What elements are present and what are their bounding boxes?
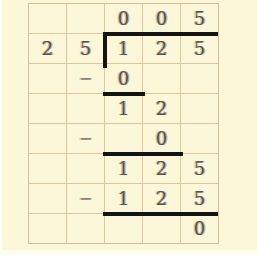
long-division-worksheet: 00525125−012−0125−1250 <box>0 0 257 255</box>
cell-r1c2 <box>67 4 104 33</box>
bracket-horizontal-line <box>103 32 218 36</box>
cell-r3c5 <box>181 64 218 93</box>
cell-r7c2-minus-sign: − <box>67 184 104 213</box>
bracket-vertical-line <box>103 32 107 68</box>
subtraction-line-3 <box>103 212 218 216</box>
division-grid: 00525125−012−0125−1250 <box>28 3 219 244</box>
cell-r5c2-minus-sign: − <box>67 124 104 153</box>
page-edge-highlight-bottom <box>0 250 257 255</box>
cell-r8c4 <box>143 214 180 243</box>
cell-r5c5 <box>181 124 218 153</box>
cell-r2c5-digit: 5 <box>181 34 218 63</box>
cell-r2c1-digit: 2 <box>29 34 66 63</box>
cell-r6c3-digit: 1 <box>105 154 142 183</box>
cell-r8c3 <box>105 214 142 243</box>
cell-r4c4-digit: 2 <box>143 94 180 123</box>
cell-r4c5 <box>181 94 218 123</box>
subtraction-line-1 <box>103 92 145 96</box>
cell-r1c3-digit: 0 <box>105 4 142 33</box>
cell-r4c2 <box>67 94 104 123</box>
cell-r3c1 <box>29 64 66 93</box>
cell-r2c4-digit: 2 <box>143 34 180 63</box>
page-edge-highlight-left <box>0 0 2 255</box>
cell-r7c1 <box>29 184 66 213</box>
cell-r6c4-digit: 2 <box>143 154 180 183</box>
cell-r7c4-digit: 2 <box>143 184 180 213</box>
cell-r2c3-digit: 1 <box>105 34 142 63</box>
cell-r4c1 <box>29 94 66 123</box>
cell-r7c5-digit: 5 <box>181 184 218 213</box>
cell-r1c5-digit: 5 <box>181 4 218 33</box>
cell-r6c1 <box>29 154 66 183</box>
subtraction-line-2 <box>103 152 183 156</box>
cell-r6c5-digit: 5 <box>181 154 218 183</box>
cell-r1c4-digit: 0 <box>143 4 180 33</box>
cell-r6c2 <box>67 154 104 183</box>
cell-r4c3-digit: 1 <box>105 94 142 123</box>
cell-r2c2-digit: 5 <box>67 34 104 63</box>
cell-r3c4 <box>143 64 180 93</box>
cell-r3c3-digit: 0 <box>105 64 142 93</box>
cell-r3c2-minus-sign: − <box>67 64 104 93</box>
cell-r8c1 <box>29 214 66 243</box>
cell-r8c5-digit: 0 <box>181 214 218 243</box>
cell-r5c1 <box>29 124 66 153</box>
cell-r5c3 <box>105 124 142 153</box>
cell-r5c4-digit: 0 <box>143 124 180 153</box>
cell-r1c1 <box>29 4 66 33</box>
cell-r8c2 <box>67 214 104 243</box>
cell-r7c3-digit: 1 <box>105 184 142 213</box>
